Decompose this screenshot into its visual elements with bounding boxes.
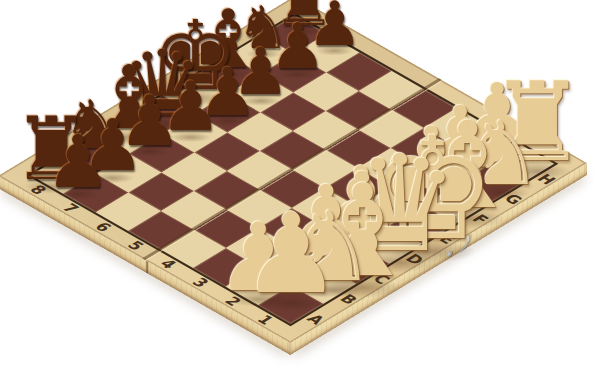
latch-screw bbox=[447, 250, 452, 258]
chess-set-photo: 87654321 ABCDEFGH ♜♟♞♝♟♚♟♛♟♝♟♟♟♞♜♟♟♜♞♟♟♝… bbox=[0, 0, 603, 380]
chess-board: 87654321 ABCDEFGH bbox=[0, 0, 587, 343]
